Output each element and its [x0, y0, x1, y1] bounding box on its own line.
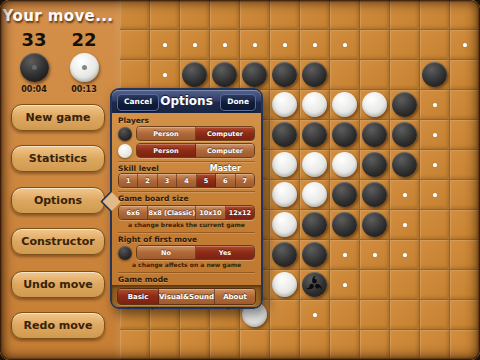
segment-4[interactable]: 4 — [177, 174, 196, 187]
board-cell-r3c9[interactable] — [390, 90, 420, 120]
app-screen: Your move... 33 00:04 22 00:13 New game … — [0, 0, 480, 360]
board-cell-r4c5[interactable] — [270, 120, 300, 150]
segment-6[interactable]: 6 — [216, 174, 235, 187]
segment-person[interactable]: Person — [137, 127, 196, 140]
board-cell-r1c9[interactable] — [390, 30, 420, 60]
black-player-disc-icon — [20, 53, 49, 82]
board-cell-r7c7[interactable] — [330, 210, 360, 240]
board-cell-r2c7[interactable] — [330, 60, 360, 90]
black-score-block: 33 00:04 — [13, 30, 55, 94]
board-cell-r9c9[interactable] — [390, 270, 420, 300]
new-game-button[interactable]: New game — [11, 104, 105, 131]
board-cell-r0c5[interactable] — [270, 0, 300, 30]
white-score: 22 — [63, 30, 105, 50]
board-cell-r1c4[interactable] — [240, 30, 270, 60]
board-cell-r3c7[interactable] — [330, 90, 360, 120]
board-cell-r2c5[interactable] — [270, 60, 300, 90]
black-disc — [272, 242, 297, 267]
board-cell-r11c8[interactable] — [360, 330, 390, 360]
board-cell-r4c7[interactable] — [330, 120, 360, 150]
board-cell-r11c6[interactable] — [300, 330, 330, 360]
board-cell-r2c2[interactable] — [180, 60, 210, 90]
board-cell-r11c10[interactable] — [420, 330, 450, 360]
board-cell-r0c1[interactable] — [150, 0, 180, 30]
white-disc — [362, 92, 387, 117]
board-cell-r1c3[interactable] — [210, 30, 240, 60]
board-cell-r8c8[interactable] — [360, 240, 390, 270]
black-disc — [332, 122, 357, 147]
board-cell-r10c9[interactable] — [390, 300, 420, 330]
board-cell-r11c9[interactable] — [390, 330, 420, 360]
board-cell-r5c6[interactable] — [300, 150, 330, 180]
board-cell-r11c3[interactable] — [210, 330, 240, 360]
board-cell-r3c8[interactable] — [360, 90, 390, 120]
players-label: Players — [118, 116, 255, 125]
board-cell-r4c8[interactable] — [360, 120, 390, 150]
dialog-tabs-segmented: BasicVisual&SoundAbout — [117, 288, 256, 305]
black-disc — [242, 62, 267, 87]
legal-move-dot — [403, 193, 407, 197]
board-cell-r1c6[interactable] — [300, 30, 330, 60]
board-cell-r0c9[interactable] — [390, 0, 420, 30]
board-cell-r11c4[interactable] — [240, 330, 270, 360]
white-disc — [272, 182, 297, 207]
board-cell-r3c6[interactable] — [300, 90, 330, 120]
board-cell-r10c11[interactable] — [450, 300, 480, 330]
black-disc — [392, 152, 417, 177]
legal-move-dot — [283, 43, 287, 47]
board-cell-r10c10[interactable] — [420, 300, 450, 330]
black-player-segmented: PersonComputer — [136, 126, 255, 141]
legal-move-dot — [193, 43, 197, 47]
segment-12x12[interactable]: 12x12 — [226, 206, 254, 219]
white-disc — [302, 182, 327, 207]
first-move-section: Right of first move NoYes a change affec… — [118, 232, 255, 269]
board-cell-r2c3[interactable] — [210, 60, 240, 90]
board-cell-r2c0[interactable] — [120, 60, 150, 90]
white-disc — [332, 92, 357, 117]
skill-value-label: Master — [210, 164, 255, 173]
disc-center-pip — [82, 65, 87, 70]
black-disc-last-move — [302, 272, 327, 297]
status-title: Your move... — [0, 7, 116, 25]
legal-move-dot — [343, 253, 347, 257]
segment-person[interactable]: Person — [137, 144, 196, 157]
segment-5[interactable]: 5 — [197, 174, 216, 187]
black-disc — [392, 92, 417, 117]
black-disc — [302, 242, 327, 267]
board-cell-r9c11[interactable] — [450, 270, 480, 300]
options-dialog: Cancel Options Done Players PersonComput… — [110, 88, 263, 309]
board-cell-r7c8[interactable] — [360, 210, 390, 240]
black-disc — [272, 62, 297, 87]
segment-1[interactable]: 1 — [119, 174, 138, 187]
board-cell-r0c10[interactable] — [420, 0, 450, 30]
segment-7[interactable]: 7 — [236, 174, 254, 187]
segment-yes[interactable]: Yes — [196, 246, 254, 259]
skill-segmented: 1234567 — [118, 173, 255, 188]
white-disc — [272, 92, 297, 117]
board-cell-r7c9[interactable] — [390, 210, 420, 240]
legal-move-dot — [343, 283, 347, 287]
legal-move-dot — [463, 43, 467, 47]
board-cell-r9c7[interactable] — [330, 270, 360, 300]
black-disc — [212, 62, 237, 87]
segment-10x10[interactable]: 10x10 — [196, 206, 225, 219]
constructor-button[interactable]: Constructor — [11, 228, 105, 255]
legal-move-dot — [313, 43, 317, 47]
board-cell-r5c7[interactable] — [330, 150, 360, 180]
black-disc — [422, 62, 447, 87]
white-disc — [272, 152, 297, 177]
segment-3[interactable]: 3 — [158, 174, 177, 187]
board-cell-r3c10[interactable] — [420, 90, 450, 120]
board-cell-r9c5[interactable] — [270, 270, 300, 300]
board-cell-r11c5[interactable] — [270, 330, 300, 360]
board-cell-r9c8[interactable] — [360, 270, 390, 300]
board-cell-r7c5[interactable] — [270, 210, 300, 240]
board-cell-r0c11[interactable] — [450, 0, 480, 30]
legal-move-dot — [253, 43, 257, 47]
board-cell-r6c10[interactable] — [420, 180, 450, 210]
done-button[interactable]: Done — [220, 94, 256, 111]
board-cell-r6c8[interactable] — [360, 180, 390, 210]
black-clock: 00:04 — [13, 85, 55, 94]
black-disc — [362, 122, 387, 147]
dialog-tab-bar: BasicVisual&SoundAbout — [112, 285, 261, 307]
board-cell-r1c7[interactable] — [330, 30, 360, 60]
board-cell-r2c9[interactable] — [390, 60, 420, 90]
board-cell-r0c6[interactable] — [300, 0, 330, 30]
board-cell-r7c10[interactable] — [420, 210, 450, 240]
white-player-segmented: PersonComputer — [136, 143, 255, 158]
board-cell-r6c5[interactable] — [270, 180, 300, 210]
board-cell-r1c2[interactable] — [180, 30, 210, 60]
black-disc — [272, 122, 297, 147]
segment-computer[interactable]: Computer — [196, 127, 254, 140]
skill-label: Skill level — [118, 164, 159, 173]
board-cell-r8c7[interactable] — [330, 240, 360, 270]
board-cell-r6c9[interactable] — [390, 180, 420, 210]
board-cell-r2c11[interactable] — [450, 60, 480, 90]
board-cell-r9c6[interactable] — [300, 270, 330, 300]
board-cell-r5c11[interactable] — [450, 150, 480, 180]
white-disc — [272, 212, 297, 237]
dialog-header: Cancel Options Done — [112, 90, 261, 113]
board-cell-r8c11[interactable] — [450, 240, 480, 270]
game-mode-label: Game mode — [118, 275, 255, 284]
white-disc — [272, 272, 297, 297]
legal-move-dot — [433, 163, 437, 167]
board-cell-r8c9[interactable] — [390, 240, 420, 270]
board-cell-r8c5[interactable] — [270, 240, 300, 270]
board-cell-r10c8[interactable] — [360, 300, 390, 330]
board-cell-r11c1[interactable] — [150, 330, 180, 360]
legal-move-dot — [403, 253, 407, 257]
segment-2[interactable]: 2 — [138, 174, 157, 187]
board-cell-r2c10[interactable] — [420, 60, 450, 90]
board-size-label: Game board size — [118, 194, 255, 203]
segment-computer[interactable]: Computer — [196, 144, 254, 157]
board-cell-r11c0[interactable] — [120, 330, 150, 360]
black-disc — [332, 212, 357, 237]
board-cell-r5c10[interactable] — [420, 150, 450, 180]
board-cell-r2c1[interactable] — [150, 60, 180, 90]
board-cell-r3c5[interactable] — [270, 90, 300, 120]
legal-move-dot — [313, 313, 317, 317]
first-move-note: a change affects on a new game — [118, 261, 255, 269]
legal-move-dot — [343, 43, 347, 47]
first-move-segmented: NoYes — [136, 245, 255, 260]
board-cell-r5c5[interactable] — [270, 150, 300, 180]
board-cell-r2c4[interactable] — [240, 60, 270, 90]
black-disc — [362, 152, 387, 177]
segment-visual-sound[interactable]: Visual&Sound — [159, 289, 215, 304]
board-cell-r6c7[interactable] — [330, 180, 360, 210]
board-cell-r3c11[interactable] — [450, 90, 480, 120]
black-player-row: PersonComputer — [118, 126, 255, 141]
white-clock: 00:13 — [63, 85, 105, 94]
black-disc — [362, 182, 387, 207]
board-cell-r10c7[interactable] — [330, 300, 360, 330]
board-cell-r0c4[interactable] — [240, 0, 270, 30]
board-cell-r5c9[interactable] — [390, 150, 420, 180]
board-cell-r1c1[interactable] — [150, 30, 180, 60]
legal-move-dot — [223, 43, 227, 47]
board-cell-r4c6[interactable] — [300, 120, 330, 150]
legal-move-dot — [433, 193, 437, 197]
black-disc-icon — [118, 246, 132, 260]
board-cell-r0c0[interactable] — [120, 0, 150, 30]
board-size-segmented: 6x68x8 (Classic)10x1012x12 — [118, 205, 255, 220]
first-move-label: Right of first move — [118, 235, 255, 244]
board-cell-r6c11[interactable] — [450, 180, 480, 210]
legal-move-dot — [403, 223, 407, 227]
dialog-body: Players PersonComputer PersonComputer Sk… — [112, 113, 261, 310]
board-cell-r11c2[interactable] — [180, 330, 210, 360]
swirl-marker-icon — [302, 272, 327, 297]
statistics-button[interactable]: Statistics — [11, 145, 105, 172]
board-cell-r1c10[interactable] — [420, 30, 450, 60]
board-cell-r7c6[interactable] — [300, 210, 330, 240]
board-size-section: Game board size 6x68x8 (Classic)10x1012x… — [118, 191, 255, 229]
black-disc — [302, 122, 327, 147]
undo-move-button[interactable]: Undo move — [11, 271, 105, 298]
board-cell-r1c5[interactable] — [270, 30, 300, 60]
board-cell-r0c8[interactable] — [360, 0, 390, 30]
black-disc — [302, 62, 327, 87]
board-cell-r9c10[interactable] — [420, 270, 450, 300]
white-score-block: 22 00:13 — [63, 30, 105, 94]
segment-no[interactable]: No — [137, 246, 196, 259]
black-score: 33 — [13, 30, 55, 50]
legal-move-dot — [163, 73, 167, 77]
segment-6x6[interactable]: 6x6 — [119, 206, 148, 219]
board-cell-r0c3[interactable] — [210, 0, 240, 30]
board-cell-r2c8[interactable] — [360, 60, 390, 90]
board-cell-r6c6[interactable] — [300, 180, 330, 210]
white-disc-icon — [118, 144, 132, 158]
board-cell-r0c7[interactable] — [330, 0, 360, 30]
redo-move-button[interactable]: Redo move — [11, 312, 105, 339]
legal-move-dot — [163, 43, 167, 47]
left-panel: Your move... 33 00:04 22 00:13 New game … — [0, 0, 120, 360]
black-disc — [182, 62, 207, 87]
white-disc — [302, 152, 327, 177]
white-disc — [302, 92, 327, 117]
segment-about[interactable]: About — [215, 289, 255, 304]
legal-move-dot — [433, 103, 437, 107]
white-player-row: PersonComputer — [118, 143, 255, 158]
black-disc — [332, 182, 357, 207]
disc-center-pip — [32, 65, 37, 70]
board-cell-r10c6[interactable] — [300, 300, 330, 330]
board-cell-r1c8[interactable] — [360, 30, 390, 60]
board-cell-r5c8[interactable] — [360, 150, 390, 180]
black-disc — [302, 212, 327, 237]
skill-section: Skill level Master 1234567 — [118, 161, 255, 188]
board-cell-r2c6[interactable] — [300, 60, 330, 90]
board-cell-r0c2[interactable] — [180, 0, 210, 30]
board-cell-r11c7[interactable] — [330, 330, 360, 360]
legal-move-dot — [433, 133, 437, 137]
white-disc — [332, 152, 357, 177]
board-cell-r1c11[interactable] — [450, 30, 480, 60]
board-cell-r4c10[interactable] — [420, 120, 450, 150]
black-disc-icon — [118, 127, 132, 141]
options-button[interactable]: Options — [11, 187, 105, 214]
board-cell-r4c9[interactable] — [390, 120, 420, 150]
segment-8x8-classic-[interactable]: 8x8 (Classic) — [148, 206, 196, 219]
black-disc — [362, 212, 387, 237]
board-cell-r8c10[interactable] — [420, 240, 450, 270]
board-cell-r4c11[interactable] — [450, 120, 480, 150]
white-player-disc-icon — [70, 53, 99, 82]
segment-basic[interactable]: Basic — [118, 289, 159, 304]
board-cell-r10c5[interactable] — [270, 300, 300, 330]
legal-move-dot — [373, 253, 377, 257]
board-cell-r11c11[interactable] — [450, 330, 480, 360]
board-cell-r7c11[interactable] — [450, 210, 480, 240]
board-cell-r1c0[interactable] — [120, 30, 150, 60]
black-disc — [392, 122, 417, 147]
board-cell-r8c6[interactable] — [300, 240, 330, 270]
board-size-note: a change breaks the current game — [118, 221, 255, 229]
